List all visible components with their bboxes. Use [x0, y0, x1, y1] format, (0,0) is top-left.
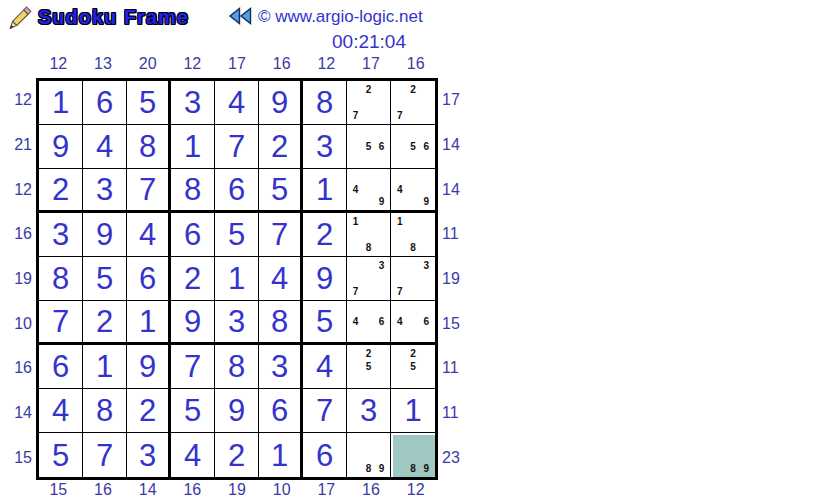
cell-r2c4[interactable]: 1	[171, 125, 215, 169]
digit: 4	[139, 219, 156, 250]
cell-r9c6[interactable]: 1	[259, 433, 303, 477]
digit: 2	[228, 440, 245, 471]
clue-top-8: 17	[349, 55, 394, 73]
pencil-marks: 27	[349, 83, 388, 122]
digit: 6	[139, 263, 156, 294]
cell-r8c5[interactable]: 9	[215, 389, 259, 433]
digit: 7	[316, 395, 333, 426]
cell-r1c9[interactable]: 27	[391, 81, 435, 125]
clue-bottom-1: 15	[36, 481, 81, 499]
digit: 2	[184, 263, 201, 294]
digit: 1	[316, 174, 333, 205]
digit: 3	[96, 174, 113, 205]
digit: 4	[184, 440, 201, 471]
clue-top-3: 20	[125, 55, 170, 73]
digit: 9	[52, 131, 69, 162]
cell-r1c4[interactable]: 3	[171, 81, 215, 125]
cell-r9c8[interactable]: 89	[347, 433, 391, 477]
cell-r2c8[interactable]: 56	[347, 125, 391, 169]
cell-r3c5[interactable]: 6	[215, 169, 259, 213]
clue-left-7: 16	[4, 346, 32, 391]
cell-r2c5[interactable]: 7	[215, 125, 259, 169]
cell-r9c5[interactable]: 2	[215, 433, 259, 477]
cell-r8c8[interactable]: 3	[347, 389, 391, 433]
page-title: Sudoku Frame	[38, 6, 189, 29]
clue-top-5: 17	[215, 55, 260, 73]
cell-r4c8[interactable]: 18	[347, 213, 391, 257]
cell-r8c4[interactable]: 5	[171, 389, 215, 433]
cell-r1c8[interactable]: 27	[347, 81, 391, 125]
digit: 3	[139, 440, 156, 471]
cell-r4c1[interactable]: 3	[39, 213, 83, 257]
cell-r6c5[interactable]: 3	[215, 301, 259, 345]
cell-r4c3[interactable]: 4	[127, 213, 171, 257]
digit: 3	[184, 87, 201, 118]
digit: 7	[96, 440, 113, 471]
double-left-arrow-icon[interactable]	[228, 7, 253, 25]
cell-r4c6[interactable]: 7	[259, 213, 303, 257]
digit: 1	[184, 131, 201, 162]
digit: 9	[271, 87, 288, 118]
clue-left-3: 12	[4, 167, 32, 212]
digit: 3	[316, 131, 333, 162]
digit: 1	[271, 440, 288, 471]
digit: 7	[271, 219, 288, 250]
digit: 8	[184, 174, 201, 205]
digit: 5	[228, 219, 245, 250]
cell-r4c7[interactable]: 2	[303, 213, 347, 257]
clue-right-3: 14	[442, 167, 472, 212]
cell-r9c1[interactable]: 5	[39, 433, 83, 477]
digit: 1	[139, 306, 156, 337]
cell-r9c4[interactable]: 4	[171, 433, 215, 477]
pencil-marks: 27	[393, 83, 433, 122]
clue-right-7: 11	[442, 346, 472, 391]
cell-r6c1[interactable]: 7	[39, 301, 83, 345]
clue-bottom-8: 16	[349, 481, 394, 499]
digit: 8	[52, 263, 69, 294]
cell-r4c5[interactable]: 5	[215, 213, 259, 257]
digit: 3	[360, 395, 377, 426]
clue-right-6: 15	[442, 301, 472, 346]
cell-r3c9[interactable]: 49	[391, 169, 435, 213]
digit: 5	[52, 440, 69, 471]
clue-top-9: 16	[393, 55, 438, 73]
copyright-link[interactable]: © www.argio-logic.net	[258, 7, 423, 27]
cell-r7c8[interactable]: 25	[347, 345, 391, 389]
digit: 8	[228, 351, 245, 382]
pencil-icon	[7, 4, 33, 31]
pencil-marks: 49	[393, 171, 433, 208]
cell-r3c6[interactable]: 5	[259, 169, 303, 213]
cell-r1c1[interactable]: 1	[39, 81, 83, 125]
cell-r7c6[interactable]: 3	[259, 345, 303, 389]
digit: 5	[316, 306, 333, 337]
clue-right-8: 11	[442, 391, 472, 436]
clue-bottom-7: 17	[304, 481, 349, 499]
cell-r6c8[interactable]: 46	[347, 301, 391, 345]
digit: 8	[96, 395, 113, 426]
digit: 2	[271, 131, 288, 162]
cell-r5c4[interactable]: 2	[171, 257, 215, 301]
cell-r8c2[interactable]: 8	[83, 389, 127, 433]
cell-r3c2[interactable]: 3	[83, 169, 127, 213]
clue-right-2: 14	[442, 123, 472, 168]
digit: 5	[184, 395, 201, 426]
digit: 9	[228, 395, 245, 426]
clue-left-2: 21	[4, 123, 32, 168]
cell-r6c2[interactable]: 2	[83, 301, 127, 345]
cell-r5c5[interactable]: 1	[215, 257, 259, 301]
cell-r7c9[interactable]: 25	[391, 345, 435, 389]
cell-r5c9[interactable]: 37	[391, 257, 435, 301]
digit: 9	[139, 351, 156, 382]
clue-right-9: 23	[442, 435, 472, 480]
digit: 4	[271, 263, 288, 294]
clue-right-4: 11	[442, 212, 472, 257]
clue-left-6: 10	[4, 301, 32, 346]
digit: 8	[271, 306, 288, 337]
digit: 3	[228, 306, 245, 337]
pencil-marks: 18	[349, 215, 388, 254]
cell-r1c2[interactable]: 6	[83, 81, 127, 125]
clue-left-8: 14	[4, 391, 32, 436]
digit: 3	[271, 351, 288, 382]
cell-r7c1[interactable]: 6	[39, 345, 83, 389]
cell-r1c7[interactable]: 8	[303, 81, 347, 125]
cell-r6c3[interactable]: 1	[127, 301, 171, 345]
cell-r5c1[interactable]: 8	[39, 257, 83, 301]
digit: 4	[228, 87, 245, 118]
digit: 8	[139, 131, 156, 162]
pencil-marks: 46	[393, 303, 433, 340]
digit: 1	[228, 263, 245, 294]
cell-r7c4[interactable]: 7	[171, 345, 215, 389]
cell-r7c2[interactable]: 1	[83, 345, 127, 389]
clue-top-4: 12	[170, 55, 215, 73]
timer: 00:21:04	[280, 31, 406, 53]
clue-left-4: 16	[4, 212, 32, 257]
digit: 4	[316, 351, 333, 382]
clues-right: 171414111915111123	[442, 78, 472, 480]
clue-bottom-6: 10	[259, 481, 304, 499]
clue-left-1: 12	[4, 78, 32, 123]
digit: 9	[316, 263, 333, 294]
cell-r2c6[interactable]: 2	[259, 125, 303, 169]
cell-r5c7[interactable]: 9	[303, 257, 347, 301]
cell-r1c5[interactable]: 4	[215, 81, 259, 125]
cell-r3c3[interactable]: 7	[127, 169, 171, 213]
pencil-marks: 37	[349, 259, 388, 298]
clue-bottom-3: 14	[125, 481, 170, 499]
pencil-marks: 89	[349, 435, 388, 475]
digit: 1	[52, 87, 69, 118]
cell-r4c4[interactable]: 6	[171, 213, 215, 257]
digit: 8	[316, 87, 333, 118]
clue-top-6: 16	[259, 55, 304, 73]
digit: 6	[228, 174, 245, 205]
cell-r3c4[interactable]: 8	[171, 169, 215, 213]
pencil-marks: 37	[393, 259, 433, 298]
cell-r2c9[interactable]: 56	[391, 125, 435, 169]
cell-r8c3[interactable]: 2	[127, 389, 171, 433]
cell-r8c6[interactable]: 6	[259, 389, 303, 433]
cell-r8c7[interactable]: 7	[303, 389, 347, 433]
clue-top-7: 12	[304, 55, 349, 73]
clue-bottom-5: 19	[215, 481, 260, 499]
clue-top-2: 13	[81, 55, 126, 73]
clue-bottom-9: 12	[393, 481, 438, 499]
digit: 5	[96, 263, 113, 294]
clue-right-1: 17	[442, 78, 472, 123]
pencil-marks: 25	[393, 347, 433, 386]
cell-r9c3[interactable]: 3	[127, 433, 171, 477]
clues-top: 121320121716121716	[36, 55, 438, 73]
pencil-marks: 56	[393, 127, 433, 166]
cell-r4c2[interactable]: 9	[83, 213, 127, 257]
cell-r2c3[interactable]: 8	[127, 125, 171, 169]
sudoku-frame-app: Sudoku Frame © www.argio-logic.net 00:21…	[0, 0, 819, 500]
digit: 4	[96, 131, 113, 162]
pencil-marks: 46	[349, 303, 388, 340]
cell-r3c1[interactable]: 2	[39, 169, 83, 213]
digit: 3	[52, 219, 69, 250]
cell-r6c7[interactable]: 5	[303, 301, 347, 345]
digit: 6	[96, 87, 113, 118]
clue-left-5: 19	[4, 257, 32, 302]
digit: 6	[316, 440, 333, 471]
cell-r5c3[interactable]: 6	[127, 257, 171, 301]
digit: 1	[404, 395, 421, 426]
pencil-marks: 56	[349, 127, 388, 166]
cell-r5c6[interactable]: 4	[259, 257, 303, 301]
digit: 6	[52, 351, 69, 382]
pencil-marks: 89	[393, 435, 433, 475]
cell-r5c2[interactable]: 5	[83, 257, 127, 301]
pencil-marks: 49	[349, 171, 388, 208]
cell-r6c4[interactable]: 9	[171, 301, 215, 345]
cell-r9c9[interactable]: 89	[391, 433, 435, 477]
cell-r9c7[interactable]: 6	[303, 433, 347, 477]
cell-r3c7[interactable]: 1	[303, 169, 347, 213]
cell-r3c8[interactable]: 49	[347, 169, 391, 213]
digit: 4	[52, 395, 69, 426]
digit: 7	[139, 174, 156, 205]
digit: 6	[184, 219, 201, 250]
digit: 9	[184, 306, 201, 337]
cell-r7c7[interactable]: 4	[303, 345, 347, 389]
digit: 2	[96, 306, 113, 337]
digit: 9	[96, 219, 113, 250]
clue-right-5: 19	[442, 257, 472, 302]
cell-r4c9[interactable]: 18	[391, 213, 435, 257]
digit: 5	[271, 174, 288, 205]
cell-r1c3[interactable]: 5	[127, 81, 171, 125]
cell-r6c9[interactable]: 46	[391, 301, 435, 345]
clue-top-1: 12	[36, 55, 81, 73]
clue-bottom-4: 16	[170, 481, 215, 499]
clues-left: 122112161910161415	[4, 78, 32, 480]
cell-r8c9[interactable]: 1	[391, 389, 435, 433]
cell-r9c2[interactable]: 7	[83, 433, 127, 477]
clues-bottom: 151614161910171612	[36, 481, 438, 499]
sudoku-board: 1653498272794817235656237865149493946572…	[36, 78, 438, 480]
cell-r7c5[interactable]: 8	[215, 345, 259, 389]
pencil-marks: 18	[393, 215, 433, 254]
cell-r5c8[interactable]: 37	[347, 257, 391, 301]
cell-r6c6[interactable]: 8	[259, 301, 303, 345]
digit: 1	[96, 351, 113, 382]
clue-bottom-2: 16	[81, 481, 126, 499]
digit: 5	[139, 87, 156, 118]
clue-left-9: 15	[4, 435, 32, 480]
cell-r1c6[interactable]: 9	[259, 81, 303, 125]
cell-r7c3[interactable]: 9	[127, 345, 171, 389]
cell-r2c2[interactable]: 4	[83, 125, 127, 169]
digit: 2	[316, 219, 333, 250]
digit: 2	[52, 174, 69, 205]
digit: 2	[139, 395, 156, 426]
digit: 7	[184, 351, 201, 382]
cell-r8c1[interactable]: 4	[39, 389, 83, 433]
digit: 7	[52, 306, 69, 337]
digit: 6	[271, 395, 288, 426]
cell-r2c7[interactable]: 3	[303, 125, 347, 169]
cell-r2c1[interactable]: 9	[39, 125, 83, 169]
digit: 7	[228, 131, 245, 162]
pencil-marks: 25	[349, 347, 388, 386]
